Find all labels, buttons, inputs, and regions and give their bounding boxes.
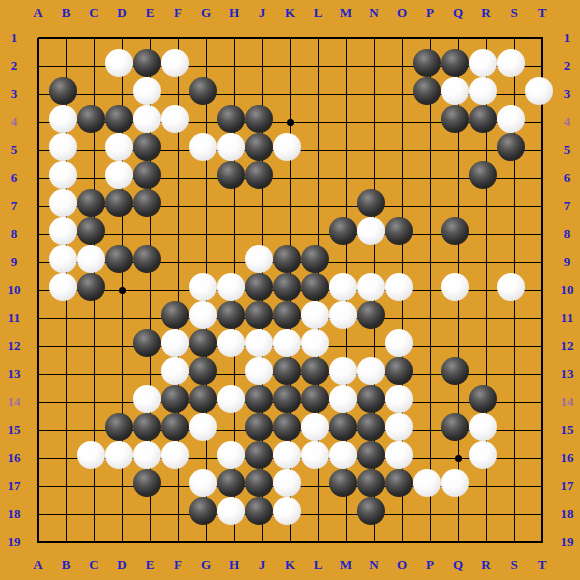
black-stone-L14[interactable] (301, 385, 329, 413)
black-stone-C7[interactable] (77, 189, 105, 217)
column-label-bottom: M (335, 558, 357, 572)
column-label-top: K (279, 6, 301, 20)
black-stone-N11[interactable] (357, 301, 385, 329)
black-stone-G12[interactable] (189, 329, 217, 357)
black-stone-H4[interactable] (217, 105, 245, 133)
column-label-bottom: S (503, 558, 525, 572)
black-stone-D15[interactable] (105, 413, 133, 441)
black-stone-J15[interactable] (245, 413, 273, 441)
column-label-bottom: B (55, 558, 77, 572)
white-stone-H12[interactable] (217, 329, 245, 357)
white-stone-F12[interactable] (161, 329, 189, 357)
row-label-right: 6 (556, 171, 578, 185)
white-stone-M13[interactable] (329, 357, 357, 385)
black-stone-E17[interactable] (133, 469, 161, 497)
row-label-left: 19 (3, 535, 25, 549)
column-label-bottom: E (139, 558, 161, 572)
row-label-left: 11 (3, 311, 25, 325)
white-stone-Q10[interactable] (441, 273, 469, 301)
column-label-top: H (223, 6, 245, 20)
white-stone-R2[interactable] (469, 49, 497, 77)
black-stone-C10[interactable] (77, 273, 105, 301)
white-stone-R15[interactable] (469, 413, 497, 441)
white-stone-S4[interactable] (497, 105, 525, 133)
black-stone-F11[interactable] (161, 301, 189, 329)
black-stone-K13[interactable] (273, 357, 301, 385)
white-stone-E16[interactable] (133, 441, 161, 469)
star-point (455, 455, 462, 462)
white-stone-F4[interactable] (161, 105, 189, 133)
white-stone-E4[interactable] (133, 105, 161, 133)
white-stone-O16[interactable] (385, 441, 413, 469)
white-stone-B10[interactable] (49, 273, 77, 301)
black-stone-P3[interactable] (413, 77, 441, 105)
column-label-top: J (251, 6, 273, 20)
column-label-bottom: P (419, 558, 441, 572)
row-label-left: 6 (3, 171, 25, 185)
row-label-right: 9 (556, 255, 578, 269)
white-stone-L15[interactable] (301, 413, 329, 441)
white-stone-D5[interactable] (105, 133, 133, 161)
row-label-right: 17 (556, 479, 578, 493)
column-label-bottom: R (475, 558, 497, 572)
black-stone-G18[interactable] (189, 497, 217, 525)
row-label-left: 9 (3, 255, 25, 269)
black-stone-J4[interactable] (245, 105, 273, 133)
white-stone-R3[interactable] (469, 77, 497, 105)
white-stone-O10[interactable] (385, 273, 413, 301)
column-label-bottom: A (27, 558, 49, 572)
row-label-right: 15 (556, 423, 578, 437)
column-label-top: M (335, 6, 357, 20)
row-label-right: 5 (556, 143, 578, 157)
column-label-top: C (83, 6, 105, 20)
black-stone-J11[interactable] (245, 301, 273, 329)
white-stone-D6[interactable] (105, 161, 133, 189)
column-label-top: T (531, 6, 553, 20)
white-stone-L16[interactable] (301, 441, 329, 469)
column-label-bottom: L (307, 558, 329, 572)
row-label-left: 12 (3, 339, 25, 353)
column-label-top: P (419, 6, 441, 20)
row-label-left: 3 (3, 87, 25, 101)
white-stone-O15[interactable] (385, 413, 413, 441)
white-stone-H18[interactable] (217, 497, 245, 525)
black-stone-K14[interactable] (273, 385, 301, 413)
white-stone-J12[interactable] (245, 329, 273, 357)
black-stone-M8[interactable] (329, 217, 357, 245)
column-label-bottom: O (391, 558, 413, 572)
column-label-bottom: N (363, 558, 385, 572)
grid-line-vertical (430, 38, 431, 543)
row-label-right: 18 (556, 507, 578, 521)
black-stone-J6[interactable] (245, 161, 273, 189)
white-stone-B9[interactable] (49, 245, 77, 273)
row-label-right: 7 (556, 199, 578, 213)
white-stone-S10[interactable] (497, 273, 525, 301)
black-stone-E12[interactable] (133, 329, 161, 357)
row-label-right: 3 (556, 87, 578, 101)
white-stone-F13[interactable] (161, 357, 189, 385)
black-stone-N7[interactable] (357, 189, 385, 217)
row-label-left: 2 (3, 59, 25, 73)
white-stone-J9[interactable] (245, 245, 273, 273)
black-stone-E9[interactable] (133, 245, 161, 273)
row-label-left: 16 (3, 451, 25, 465)
white-stone-E14[interactable] (133, 385, 161, 413)
white-stone-G5[interactable] (189, 133, 217, 161)
white-stone-F2[interactable] (161, 49, 189, 77)
star-point (287, 119, 294, 126)
black-stone-E6[interactable] (133, 161, 161, 189)
white-stone-J13[interactable] (245, 357, 273, 385)
black-stone-G14[interactable] (189, 385, 217, 413)
row-label-left: 4 (3, 115, 25, 129)
row-label-left: 7 (3, 199, 25, 213)
white-stone-M14[interactable] (329, 385, 357, 413)
black-stone-M15[interactable] (329, 413, 357, 441)
black-stone-D7[interactable] (105, 189, 133, 217)
black-stone-K15[interactable] (273, 413, 301, 441)
black-stone-K11[interactable] (273, 301, 301, 329)
row-label-left: 15 (3, 423, 25, 437)
column-label-top: L (307, 6, 329, 20)
row-label-left: 5 (3, 143, 25, 157)
black-stone-F15[interactable] (161, 413, 189, 441)
column-label-bottom: G (195, 558, 217, 572)
white-stone-N8[interactable] (357, 217, 385, 245)
column-label-bottom: C (83, 558, 105, 572)
black-stone-M17[interactable] (329, 469, 357, 497)
row-label-left: 10 (3, 283, 25, 297)
column-label-top: D (111, 6, 133, 20)
grid-line-horizontal (38, 541, 543, 543)
white-stone-B8[interactable] (49, 217, 77, 245)
white-stone-C9[interactable] (77, 245, 105, 273)
black-stone-G3[interactable] (189, 77, 217, 105)
row-label-right: 2 (556, 59, 578, 73)
white-stone-S2[interactable] (497, 49, 525, 77)
white-stone-K17[interactable] (273, 469, 301, 497)
column-label-top: R (475, 6, 497, 20)
white-stone-E3[interactable] (133, 77, 161, 105)
go-board[interactable]: AABBCCDDEEFFGGHHJJKKLLMMNNOOPPQQRRSSTT11… (0, 0, 580, 580)
black-stone-N17[interactable] (357, 469, 385, 497)
column-label-bottom: Q (447, 558, 469, 572)
black-stone-H6[interactable] (217, 161, 245, 189)
black-stone-N15[interactable] (357, 413, 385, 441)
black-stone-R14[interactable] (469, 385, 497, 413)
row-label-right: 10 (556, 283, 578, 297)
white-stone-H16[interactable] (217, 441, 245, 469)
column-label-top: F (167, 6, 189, 20)
row-label-right: 14 (556, 395, 578, 409)
white-stone-T3[interactable] (525, 77, 553, 105)
black-stone-B3[interactable] (49, 77, 77, 105)
black-stone-J18[interactable] (245, 497, 273, 525)
white-stone-L11[interactable] (301, 301, 329, 329)
row-label-right: 16 (556, 451, 578, 465)
black-stone-C8[interactable] (77, 217, 105, 245)
white-stone-R16[interactable] (469, 441, 497, 469)
column-label-top: A (27, 6, 49, 20)
row-label-right: 12 (556, 339, 578, 353)
column-label-bottom: J (251, 558, 273, 572)
column-label-top: S (503, 6, 525, 20)
black-stone-Q4[interactable] (441, 105, 469, 133)
white-stone-G15[interactable] (189, 413, 217, 441)
black-stone-C4[interactable] (77, 105, 105, 133)
column-label-top: B (55, 6, 77, 20)
black-stone-D9[interactable] (105, 245, 133, 273)
white-stone-G10[interactable] (189, 273, 217, 301)
black-stone-K9[interactable] (273, 245, 301, 273)
white-stone-H5[interactable] (217, 133, 245, 161)
column-label-bottom: F (167, 558, 189, 572)
column-label-bottom: K (279, 558, 301, 572)
black-stone-Q15[interactable] (441, 413, 469, 441)
black-stone-K10[interactable] (273, 273, 301, 301)
black-stone-N18[interactable] (357, 497, 385, 525)
black-stone-J16[interactable] (245, 441, 273, 469)
black-stone-Q13[interactable] (441, 357, 469, 385)
white-stone-B7[interactable] (49, 189, 77, 217)
black-stone-Q2[interactable] (441, 49, 469, 77)
black-stone-E7[interactable] (133, 189, 161, 217)
black-stone-E2[interactable] (133, 49, 161, 77)
white-stone-K5[interactable] (273, 133, 301, 161)
column-label-bottom: T (531, 558, 553, 572)
white-stone-D16[interactable] (105, 441, 133, 469)
row-label-left: 1 (3, 31, 25, 45)
white-stone-P17[interactable] (413, 469, 441, 497)
row-label-right: 1 (556, 31, 578, 45)
black-stone-P2[interactable] (413, 49, 441, 77)
white-stone-N10[interactable] (357, 273, 385, 301)
white-stone-O12[interactable] (385, 329, 413, 357)
column-label-bottom: H (223, 558, 245, 572)
black-stone-S5[interactable] (497, 133, 525, 161)
white-stone-O14[interactable] (385, 385, 413, 413)
black-stone-O8[interactable] (385, 217, 413, 245)
grid-line-vertical (541, 38, 543, 543)
black-stone-L13[interactable] (301, 357, 329, 385)
white-stone-K12[interactable] (273, 329, 301, 357)
white-stone-G17[interactable] (189, 469, 217, 497)
white-stone-K16[interactable] (273, 441, 301, 469)
black-stone-L9[interactable] (301, 245, 329, 273)
white-stone-C16[interactable] (77, 441, 105, 469)
row-label-left: 13 (3, 367, 25, 381)
row-label-right: 11 (556, 311, 578, 325)
column-label-top: Q (447, 6, 469, 20)
row-label-left: 8 (3, 227, 25, 241)
column-label-bottom: D (111, 558, 133, 572)
white-stone-D2[interactable] (105, 49, 133, 77)
white-stone-Q3[interactable] (441, 77, 469, 105)
black-stone-Q8[interactable] (441, 217, 469, 245)
white-stone-L12[interactable] (301, 329, 329, 357)
white-stone-M16[interactable] (329, 441, 357, 469)
column-label-top: N (363, 6, 385, 20)
black-stone-R6[interactable] (469, 161, 497, 189)
black-stone-L10[interactable] (301, 273, 329, 301)
white-stone-H14[interactable] (217, 385, 245, 413)
black-stone-N14[interactable] (357, 385, 385, 413)
black-stone-E5[interactable] (133, 133, 161, 161)
black-stone-G13[interactable] (189, 357, 217, 385)
black-stone-J14[interactable] (245, 385, 273, 413)
white-stone-M11[interactable] (329, 301, 357, 329)
white-stone-H10[interactable] (217, 273, 245, 301)
white-stone-Q17[interactable] (441, 469, 469, 497)
white-stone-B5[interactable] (49, 133, 77, 161)
white-stone-M10[interactable] (329, 273, 357, 301)
white-stone-N13[interactable] (357, 357, 385, 385)
row-label-left: 14 (3, 395, 25, 409)
row-label-left: 17 (3, 479, 25, 493)
black-stone-H11[interactable] (217, 301, 245, 329)
white-stone-G11[interactable] (189, 301, 217, 329)
white-stone-K18[interactable] (273, 497, 301, 525)
black-stone-J17[interactable] (245, 469, 273, 497)
black-stone-E15[interactable] (133, 413, 161, 441)
black-stone-O17[interactable] (385, 469, 413, 497)
black-stone-J10[interactable] (245, 273, 273, 301)
column-label-top: O (391, 6, 413, 20)
black-stone-O13[interactable] (385, 357, 413, 385)
row-label-right: 8 (556, 227, 578, 241)
black-stone-J5[interactable] (245, 133, 273, 161)
column-label-top: E (139, 6, 161, 20)
white-stone-B6[interactable] (49, 161, 77, 189)
black-stone-R4[interactable] (469, 105, 497, 133)
black-stone-N16[interactable] (357, 441, 385, 469)
row-label-left: 18 (3, 507, 25, 521)
star-point (119, 287, 126, 294)
row-label-right: 13 (556, 367, 578, 381)
black-stone-F14[interactable] (161, 385, 189, 413)
row-label-right: 4 (556, 115, 578, 129)
black-stone-H17[interactable] (217, 469, 245, 497)
white-stone-F16[interactable] (161, 441, 189, 469)
black-stone-D4[interactable] (105, 105, 133, 133)
white-stone-B4[interactable] (49, 105, 77, 133)
column-label-top: G (195, 6, 217, 20)
row-label-right: 19 (556, 535, 578, 549)
